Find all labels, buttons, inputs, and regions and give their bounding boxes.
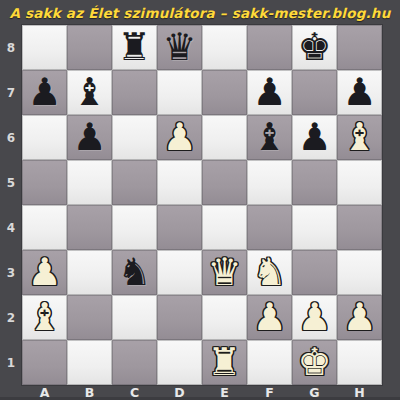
square-h5[interactable] xyxy=(337,160,382,205)
square-b4[interactable] xyxy=(67,205,112,250)
square-f1[interactable] xyxy=(247,340,292,385)
square-d4[interactable] xyxy=(157,205,202,250)
square-d6[interactable]: ♟ xyxy=(157,115,202,160)
square-b2[interactable] xyxy=(67,295,112,340)
square-c1[interactable] xyxy=(112,340,157,385)
page-title: A sakk az Élet szimulátora – sakk-mester… xyxy=(10,5,391,21)
square-e8[interactable] xyxy=(202,25,247,70)
square-g3[interactable] xyxy=(292,250,337,295)
square-h6[interactable]: ♝ xyxy=(337,115,382,160)
square-h3[interactable] xyxy=(337,250,382,295)
square-f6[interactable]: ♝ xyxy=(247,115,292,160)
square-d2[interactable] xyxy=(157,295,202,340)
square-a5[interactable] xyxy=(22,160,67,205)
square-c6[interactable] xyxy=(112,115,157,160)
rank-label-1: 1 xyxy=(0,340,22,385)
square-f4[interactable] xyxy=(247,205,292,250)
square-b5[interactable] xyxy=(67,160,112,205)
square-e4[interactable] xyxy=(202,205,247,250)
square-f5[interactable] xyxy=(247,160,292,205)
square-h1[interactable] xyxy=(337,340,382,385)
square-a3[interactable]: ♟ xyxy=(22,250,67,295)
rank-labels: 87654321 xyxy=(0,25,22,385)
black-pawn-h7[interactable]: ♟ xyxy=(337,70,382,115)
white-bishop-h6[interactable]: ♝ xyxy=(337,115,382,160)
black-knight-c3[interactable]: ♞ xyxy=(112,250,157,295)
rank-label-2: 2 xyxy=(0,295,22,340)
white-pawn-g2[interactable]: ♟ xyxy=(292,295,337,340)
black-pawn-f7[interactable]: ♟ xyxy=(247,70,292,115)
square-d7[interactable] xyxy=(157,70,202,115)
rank-label-4: 4 xyxy=(0,205,22,250)
black-bishop-b7[interactable]: ♝ xyxy=(67,70,112,115)
square-e6[interactable] xyxy=(202,115,247,160)
square-c5[interactable] xyxy=(112,160,157,205)
square-h7[interactable]: ♟ xyxy=(337,70,382,115)
white-queen-e3[interactable]: ♛ xyxy=(202,250,247,295)
black-rook-c8[interactable]: ♜ xyxy=(112,25,157,70)
square-a4[interactable] xyxy=(22,205,67,250)
square-c3[interactable]: ♞ xyxy=(112,250,157,295)
chess-diagram-window: A sakk az Élet szimulátora – sakk-mester… xyxy=(0,0,400,400)
square-e3[interactable]: ♛ xyxy=(202,250,247,295)
white-bishop-a2[interactable]: ♝ xyxy=(22,295,67,340)
rank-label-7: 7 xyxy=(0,70,22,115)
rank-label-8: 8 xyxy=(0,25,22,70)
rank-label-6: 6 xyxy=(0,115,22,160)
rank-label-5: 5 xyxy=(0,160,22,205)
square-c8[interactable]: ♜ xyxy=(112,25,157,70)
white-pawn-h2[interactable]: ♟ xyxy=(337,295,382,340)
square-c7[interactable] xyxy=(112,70,157,115)
chess-board: ♜♛♚♟♝♟♟♟♟♝♟♝♟♞♛♞♝♟♟♟♜♚ xyxy=(22,25,382,385)
square-g6[interactable]: ♟ xyxy=(292,115,337,160)
square-g5[interactable] xyxy=(292,160,337,205)
square-d3[interactable] xyxy=(157,250,202,295)
square-f7[interactable]: ♟ xyxy=(247,70,292,115)
black-king-g8[interactable]: ♚ xyxy=(292,25,337,70)
white-king-g1[interactable]: ♚ xyxy=(292,340,337,385)
black-queen-d8[interactable]: ♛ xyxy=(157,25,202,70)
square-f3[interactable]: ♞ xyxy=(247,250,292,295)
square-c4[interactable] xyxy=(112,205,157,250)
square-g8[interactable]: ♚ xyxy=(292,25,337,70)
square-a8[interactable] xyxy=(22,25,67,70)
title-bar: A sakk az Élet szimulátora – sakk-mester… xyxy=(0,0,400,25)
square-g7[interactable] xyxy=(292,70,337,115)
white-rook-e1[interactable]: ♜ xyxy=(202,340,247,385)
square-a7[interactable]: ♟ xyxy=(22,70,67,115)
square-a6[interactable] xyxy=(22,115,67,160)
square-b1[interactable] xyxy=(67,340,112,385)
square-e7[interactable] xyxy=(202,70,247,115)
square-f2[interactable]: ♟ xyxy=(247,295,292,340)
square-d1[interactable] xyxy=(157,340,202,385)
square-c2[interactable] xyxy=(112,295,157,340)
square-d8[interactable]: ♛ xyxy=(157,25,202,70)
white-pawn-d6[interactable]: ♟ xyxy=(157,115,202,160)
square-e2[interactable] xyxy=(202,295,247,340)
square-g2[interactable]: ♟ xyxy=(292,295,337,340)
white-knight-f3[interactable]: ♞ xyxy=(247,250,292,295)
square-b6[interactable]: ♟ xyxy=(67,115,112,160)
black-pawn-b6[interactable]: ♟ xyxy=(67,115,112,160)
square-a2[interactable]: ♝ xyxy=(22,295,67,340)
square-b3[interactable] xyxy=(67,250,112,295)
square-h4[interactable] xyxy=(337,205,382,250)
square-g4[interactable] xyxy=(292,205,337,250)
square-g1[interactable]: ♚ xyxy=(292,340,337,385)
square-d5[interactable] xyxy=(157,160,202,205)
black-bishop-f6[interactable]: ♝ xyxy=(247,115,292,160)
square-f8[interactable] xyxy=(247,25,292,70)
square-b7[interactable]: ♝ xyxy=(67,70,112,115)
square-h8[interactable] xyxy=(337,25,382,70)
white-pawn-f2[interactable]: ♟ xyxy=(247,295,292,340)
square-h2[interactable]: ♟ xyxy=(337,295,382,340)
rank-label-3: 3 xyxy=(0,250,22,295)
black-pawn-g6[interactable]: ♟ xyxy=(292,115,337,160)
square-e5[interactable] xyxy=(202,160,247,205)
white-pawn-a3[interactable]: ♟ xyxy=(22,250,67,295)
black-pawn-a7[interactable]: ♟ xyxy=(22,70,67,115)
square-e1[interactable]: ♜ xyxy=(202,340,247,385)
square-b8[interactable] xyxy=(67,25,112,70)
square-a1[interactable] xyxy=(22,340,67,385)
